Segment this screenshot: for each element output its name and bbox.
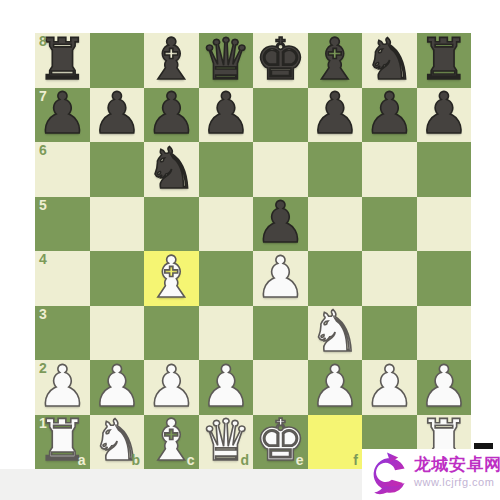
square-e3[interactable] (253, 306, 308, 361)
rank-label-8: 8 (39, 34, 47, 49)
file-label-c: c (187, 453, 195, 468)
black-bishop-f8[interactable]: ♝ (309, 32, 360, 86)
square-g6[interactable] (362, 142, 417, 197)
white-bishop-c4[interactable]: ♝ (146, 250, 197, 304)
square-d4[interactable] (199, 251, 254, 306)
square-a7[interactable]: 7♟ (35, 88, 90, 143)
white-pawn-c2[interactable]: ♟ (146, 359, 197, 413)
square-g2[interactable]: ♟ (362, 360, 417, 415)
rank-label-6: 6 (39, 143, 47, 158)
square-a5[interactable]: 5 (35, 197, 90, 252)
square-c4[interactable]: ♝ (144, 251, 199, 306)
square-c6[interactable]: ♞ (144, 142, 199, 197)
black-bishop-c8[interactable]: ♝ (146, 32, 197, 86)
square-f7[interactable]: ♟ (308, 88, 363, 143)
black-pawn-g7[interactable]: ♟ (364, 86, 415, 140)
square-e5[interactable]: ♟ (253, 197, 308, 252)
square-d5[interactable] (199, 197, 254, 252)
black-pawn-f7[interactable]: ♟ (309, 86, 360, 140)
square-e7[interactable] (253, 88, 308, 143)
site-watermark: 龙城安卓网 www.lcjrfg.com (362, 449, 500, 500)
square-d1[interactable]: d♛ (199, 415, 254, 470)
square-a4[interactable]: 4 (35, 251, 90, 306)
square-b5[interactable] (90, 197, 145, 252)
square-d3[interactable] (199, 306, 254, 361)
file-label-f: f (353, 453, 358, 468)
file-label-d: d (240, 453, 249, 468)
square-e4[interactable]: ♟ (253, 251, 308, 306)
square-e1[interactable]: e♚ (253, 415, 308, 470)
black-knight-g8[interactable]: ♞ (364, 32, 415, 86)
square-h6[interactable] (417, 142, 472, 197)
square-h3[interactable] (417, 306, 472, 361)
square-c5[interactable] (144, 197, 199, 252)
square-b6[interactable] (90, 142, 145, 197)
watermark-site-name: 龙城安卓网 (414, 455, 500, 475)
black-pawn-h7[interactable]: ♟ (418, 86, 469, 140)
square-b7[interactable]: ♟ (90, 88, 145, 143)
rank-label-7: 7 (39, 89, 47, 104)
file-label-b: b (131, 453, 140, 468)
rank-label-4: 4 (39, 252, 47, 267)
black-king-e8[interactable]: ♚ (255, 32, 306, 86)
square-c3[interactable] (144, 306, 199, 361)
white-pawn-e4[interactable]: ♟ (255, 250, 306, 304)
square-a3[interactable]: 3 (35, 306, 90, 361)
square-d7[interactable]: ♟ (199, 88, 254, 143)
square-a1[interactable]: 1a♜ (35, 415, 90, 470)
white-knight-f3[interactable]: ♞ (309, 304, 360, 358)
square-f2[interactable]: ♟ (308, 360, 363, 415)
black-pawn-b7[interactable]: ♟ (91, 86, 142, 140)
square-g4[interactable] (362, 251, 417, 306)
square-f3[interactable]: ♞ (308, 306, 363, 361)
square-b4[interactable] (90, 251, 145, 306)
black-queen-d8[interactable]: ♛ (200, 32, 251, 86)
white-pawn-d2[interactable]: ♟ (200, 359, 251, 413)
square-g7[interactable]: ♟ (362, 88, 417, 143)
white-pawn-h2[interactable]: ♟ (418, 359, 469, 413)
square-b1[interactable]: b♞ (90, 415, 145, 470)
square-f6[interactable] (308, 142, 363, 197)
watermark-site-url: www.lcjrfg.com (414, 475, 500, 489)
black-pawn-d7[interactable]: ♟ (200, 86, 251, 140)
rank-label-1: 1 (39, 416, 47, 431)
rank-label-5: 5 (39, 198, 47, 213)
square-g3[interactable] (362, 306, 417, 361)
rank-label-2: 2 (39, 361, 47, 376)
square-d6[interactable] (199, 142, 254, 197)
square-h5[interactable] (417, 197, 472, 252)
white-pawn-g2[interactable]: ♟ (364, 359, 415, 413)
rank-label-3: 3 (39, 307, 47, 322)
square-e8[interactable]: ♚ (253, 33, 308, 88)
white-pawn-b2[interactable]: ♟ (91, 359, 142, 413)
square-f5[interactable] (308, 197, 363, 252)
square-h4[interactable] (417, 251, 472, 306)
black-rook-h8[interactable]: ♜ (418, 32, 469, 86)
black-pawn-e5[interactable]: ♟ (255, 195, 306, 249)
square-c1[interactable]: c♝ (144, 415, 199, 470)
black-pawn-c7[interactable]: ♟ (146, 86, 197, 140)
square-g5[interactable] (362, 197, 417, 252)
chess-board[interactable]: 8♜♝♛♚♝♞♜7♟♟♟♟♟♟♟6♞5♟4♝♟3♞2♟♟♟♟♟♟♟1a♜b♞c♝… (35, 33, 471, 469)
black-knight-c6[interactable]: ♞ (146, 141, 197, 195)
square-f1[interactable]: f (308, 415, 363, 470)
square-h7[interactable]: ♟ (417, 88, 472, 143)
square-b3[interactable] (90, 306, 145, 361)
square-c7[interactable]: ♟ (144, 88, 199, 143)
dragon-icon (362, 451, 412, 499)
white-pawn-f2[interactable]: ♟ (309, 359, 360, 413)
file-label-e: e (296, 453, 304, 468)
square-a6[interactable]: 6 (35, 142, 90, 197)
file-label-a: a (78, 453, 86, 468)
